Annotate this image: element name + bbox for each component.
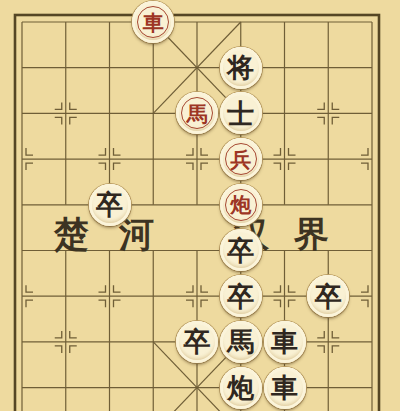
piece-character: 卒: [227, 237, 254, 264]
piece-character: 馬: [187, 103, 208, 124]
piece-character: 士: [227, 100, 254, 127]
piece-black-cannon[interactable]: 炮: [220, 367, 262, 409]
piece-black-horse[interactable]: 馬: [220, 321, 262, 363]
piece-black-soldier[interactable]: 卒: [176, 321, 218, 363]
piece-character: 車: [271, 328, 298, 355]
piece-black-soldier[interactable]: 卒: [220, 229, 262, 271]
piece-character: 将: [227, 54, 254, 81]
piece-black-advisor[interactable]: 士: [220, 92, 262, 134]
piece-character: 卒: [315, 283, 342, 310]
piece-black-chariot[interactable]: 車: [264, 367, 306, 409]
piece-black-soldier[interactable]: 卒: [220, 275, 262, 317]
piece-character: 卒: [184, 328, 211, 355]
piece-character: 車: [143, 12, 164, 33]
piece-character: 卒: [96, 191, 123, 218]
piece-black-chariot[interactable]: 車: [264, 321, 306, 363]
piece-black-general[interactable]: 将: [220, 47, 262, 89]
piece-character: 卒: [227, 283, 254, 310]
piece-red-cannon[interactable]: 炮: [220, 184, 262, 226]
piece-character: 車: [271, 374, 298, 401]
xiangqi-board-screen: 楚河 汉界 車将馬士兵卒炮卒卒卒卒馬車炮車: [0, 0, 400, 411]
piece-red-chariot[interactable]: 車: [132, 1, 174, 43]
piece-red-soldier[interactable]: 兵: [220, 138, 262, 180]
piece-character: 馬: [227, 328, 254, 355]
piece-black-soldier[interactable]: 卒: [89, 184, 131, 226]
piece-character: 炮: [230, 194, 251, 215]
piece-character: 炮: [227, 374, 254, 401]
piece-character: 兵: [230, 149, 251, 170]
